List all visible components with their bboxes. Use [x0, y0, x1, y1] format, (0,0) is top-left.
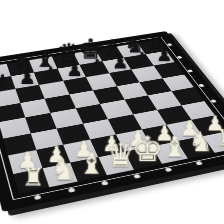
- chess-board: ♜♞♝♛♚♝♞♜♟♟♟♟♟♟♟♟♟♟♟♟♟♟♟♟♜♞♝♛♚♝♞♜: [0, 31, 224, 212]
- white-knight: ♞: [189, 129, 214, 156]
- square-a1: ♜: [13, 168, 48, 194]
- black-pawn: ♟: [66, 61, 83, 79]
- black-pawn: ♟: [19, 68, 36, 87]
- white-bishop: ♝: [79, 149, 106, 179]
- square-h4: [171, 87, 204, 105]
- white-rook: ♜: [22, 165, 45, 190]
- black-pawn: ♟: [112, 54, 128, 72]
- black-pawn: ♟: [43, 65, 60, 83]
- board-grid: ♜♞♝♛♚♝♞♜♟♟♟♟♟♟♟♟♟♟♟♟♟♟♟♟♜♞♝♛♚♝♞♜: [0, 40, 224, 194]
- square-b7: ♟: [10, 72, 39, 89]
- black-pawn: ♟: [134, 50, 150, 68]
- black-pawn: ♟: [0, 72, 11, 91]
- black-pawn: ♟: [89, 57, 106, 75]
- square-e7: ♟: [80, 61, 109, 77]
- square-c7: ♟: [34, 68, 63, 84]
- square-c6: [39, 81, 69, 99]
- square-d7: ♟: [57, 65, 86, 81]
- white-rook: ♜: [216, 127, 224, 150]
- square-b1: ♞: [42, 162, 78, 187]
- black-pawn: ♟: [156, 46, 172, 64]
- white-knight: ♞: [50, 156, 76, 185]
- white-king: ♚: [132, 132, 164, 167]
- square-f7: ♟: [102, 58, 131, 74]
- white-bishop: ♝: [162, 133, 188, 162]
- chess-set-photo: ♜♞♝♛♚♝♞♜♟♟♟♟♟♟♟♟♟♟♟♟♟♟♟♟♜♞♝♛♚♝♞♜: [0, 0, 224, 224]
- white-queen: ♛: [105, 140, 135, 173]
